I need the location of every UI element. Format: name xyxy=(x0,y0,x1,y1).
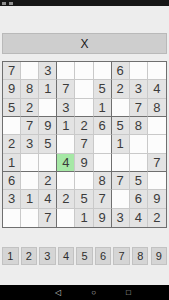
cell-r6c3[interactable] xyxy=(39,154,57,172)
cell-r9c2[interactable] xyxy=(21,209,39,227)
cell-r4c9[interactable] xyxy=(148,117,166,135)
cell-r9c9[interactable]: 2 xyxy=(148,209,166,227)
cell-r6c9[interactable]: 7 xyxy=(148,154,166,172)
cell-r3c1[interactable]: 5 xyxy=(3,99,21,117)
cell-r3c9[interactable]: 8 xyxy=(148,99,166,117)
cell-r1c4[interactable] xyxy=(57,62,75,80)
cell-r4c7[interactable]: 5 xyxy=(112,117,130,135)
cell-r1c2[interactable] xyxy=(21,62,39,80)
cell-r3c2[interactable]: 2 xyxy=(21,99,39,117)
cell-r9c3[interactable]: 7 xyxy=(39,209,57,227)
back-icon[interactable]: ◁ xyxy=(55,289,61,297)
cell-r9c7[interactable]: 3 xyxy=(112,209,130,227)
android-nav-bar: ◁ ○ □ xyxy=(0,285,169,300)
cell-r8c7[interactable] xyxy=(112,190,130,208)
cell-r1c5[interactable] xyxy=(75,62,93,80)
cell-r8c2[interactable]: 1 xyxy=(21,190,39,208)
cell-r9c6[interactable]: 9 xyxy=(94,209,112,227)
cell-r3c4[interactable]: 3 xyxy=(57,99,75,117)
cell-r1c6[interactable] xyxy=(94,62,112,80)
notification-icon xyxy=(9,2,13,5)
numpad-button-8[interactable]: 8 xyxy=(132,247,149,265)
cell-r2c4[interactable]: 7 xyxy=(57,80,75,98)
cell-r7c6[interactable]: 8 xyxy=(94,172,112,190)
cell-r2c2[interactable]: 8 xyxy=(21,80,39,98)
cell-r3c3[interactable] xyxy=(39,99,57,117)
cell-r4c8[interactable]: 8 xyxy=(130,117,148,135)
cell-r4c3[interactable]: 9 xyxy=(39,117,57,135)
home-icon[interactable]: ○ xyxy=(91,289,96,297)
cell-r2c7[interactable]: 2 xyxy=(112,80,130,98)
notification-icon xyxy=(2,2,6,5)
cell-r2c3[interactable]: 1 xyxy=(39,80,57,98)
sudoku-board: 7369817523452317879126582357114976287531… xyxy=(2,61,167,228)
cell-r4c1[interactable] xyxy=(3,117,21,135)
cell-r5c3[interactable]: 5 xyxy=(39,135,57,153)
cell-r8c6[interactable]: 7 xyxy=(94,190,112,208)
cell-r3c5[interactable] xyxy=(75,99,93,117)
cell-r3c8[interactable]: 7 xyxy=(130,99,148,117)
cell-r5c9[interactable] xyxy=(148,135,166,153)
cell-r8c1[interactable]: 3 xyxy=(3,190,21,208)
cell-r3c7[interactable] xyxy=(112,99,130,117)
cell-r1c8[interactable] xyxy=(130,62,148,80)
cell-r6c7[interactable] xyxy=(112,154,130,172)
cell-r9c1[interactable] xyxy=(3,209,21,227)
cell-r1c9[interactable] xyxy=(148,62,166,80)
cell-r1c1[interactable]: 7 xyxy=(3,62,21,80)
cell-r5c2[interactable]: 3 xyxy=(21,135,39,153)
cell-r6c4[interactable]: 4 xyxy=(57,154,75,172)
cell-r2c8[interactable]: 3 xyxy=(130,80,148,98)
numpad-button-5[interactable]: 5 xyxy=(76,247,93,265)
cell-r6c5[interactable]: 9 xyxy=(75,154,93,172)
numpad-button-7[interactable]: 7 xyxy=(113,247,130,265)
android-status-bar xyxy=(0,0,169,6)
number-pad: 123456789 xyxy=(2,247,167,265)
cell-r3c6[interactable]: 1 xyxy=(94,99,112,117)
cell-r6c8[interactable] xyxy=(130,154,148,172)
cell-r5c5[interactable]: 7 xyxy=(75,135,93,153)
cell-r1c3[interactable]: 3 xyxy=(39,62,57,80)
cell-r1c7[interactable]: 6 xyxy=(112,62,130,80)
cell-r2c9[interactable]: 4 xyxy=(148,80,166,98)
cell-r4c2[interactable]: 7 xyxy=(21,117,39,135)
cell-r9c5[interactable]: 1 xyxy=(75,209,93,227)
cell-r8c9[interactable]: 9 xyxy=(148,190,166,208)
numpad-button-4[interactable]: 4 xyxy=(58,247,75,265)
numpad-button-6[interactable]: 6 xyxy=(95,247,112,265)
cell-r6c2[interactable] xyxy=(21,154,39,172)
cell-r7c3[interactable]: 2 xyxy=(39,172,57,190)
close-button[interactable]: X xyxy=(2,33,167,54)
cell-r4c6[interactable]: 6 xyxy=(94,117,112,135)
cell-r7c2[interactable] xyxy=(21,172,39,190)
cell-r5c1[interactable]: 2 xyxy=(3,135,21,153)
cell-r5c6[interactable] xyxy=(94,135,112,153)
recents-icon[interactable]: □ xyxy=(126,289,131,297)
cell-r8c3[interactable]: 4 xyxy=(39,190,57,208)
cell-r2c1[interactable]: 9 xyxy=(3,80,21,98)
cell-r2c6[interactable]: 5 xyxy=(94,80,112,98)
cell-r6c1[interactable]: 1 xyxy=(3,154,21,172)
cell-r7c4[interactable] xyxy=(57,172,75,190)
numpad-button-1[interactable]: 1 xyxy=(2,247,19,265)
cell-r9c8[interactable]: 4 xyxy=(130,209,148,227)
cell-r6c6[interactable] xyxy=(94,154,112,172)
cell-r4c5[interactable]: 2 xyxy=(75,117,93,135)
cell-r8c4[interactable]: 2 xyxy=(57,190,75,208)
cell-r7c8[interactable]: 5 xyxy=(130,172,148,190)
cell-r7c5[interactable] xyxy=(75,172,93,190)
numpad-button-3[interactable]: 3 xyxy=(39,247,56,265)
cell-r7c1[interactable]: 6 xyxy=(3,172,21,190)
cell-r8c5[interactable]: 5 xyxy=(75,190,93,208)
numpad-button-9[interactable]: 9 xyxy=(151,247,168,265)
cell-r7c7[interactable]: 7 xyxy=(112,172,130,190)
cell-r9c4[interactable] xyxy=(57,209,75,227)
cell-r8c8[interactable]: 6 xyxy=(130,190,148,208)
cell-r5c8[interactable] xyxy=(130,135,148,153)
cell-r5c7[interactable]: 1 xyxy=(112,135,130,153)
cell-r5c4[interactable] xyxy=(57,135,75,153)
numpad-button-2[interactable]: 2 xyxy=(21,247,38,265)
cell-r4c4[interactable]: 1 xyxy=(57,117,75,135)
cell-r7c9[interactable] xyxy=(148,172,166,190)
cell-r2c5[interactable] xyxy=(75,80,93,98)
